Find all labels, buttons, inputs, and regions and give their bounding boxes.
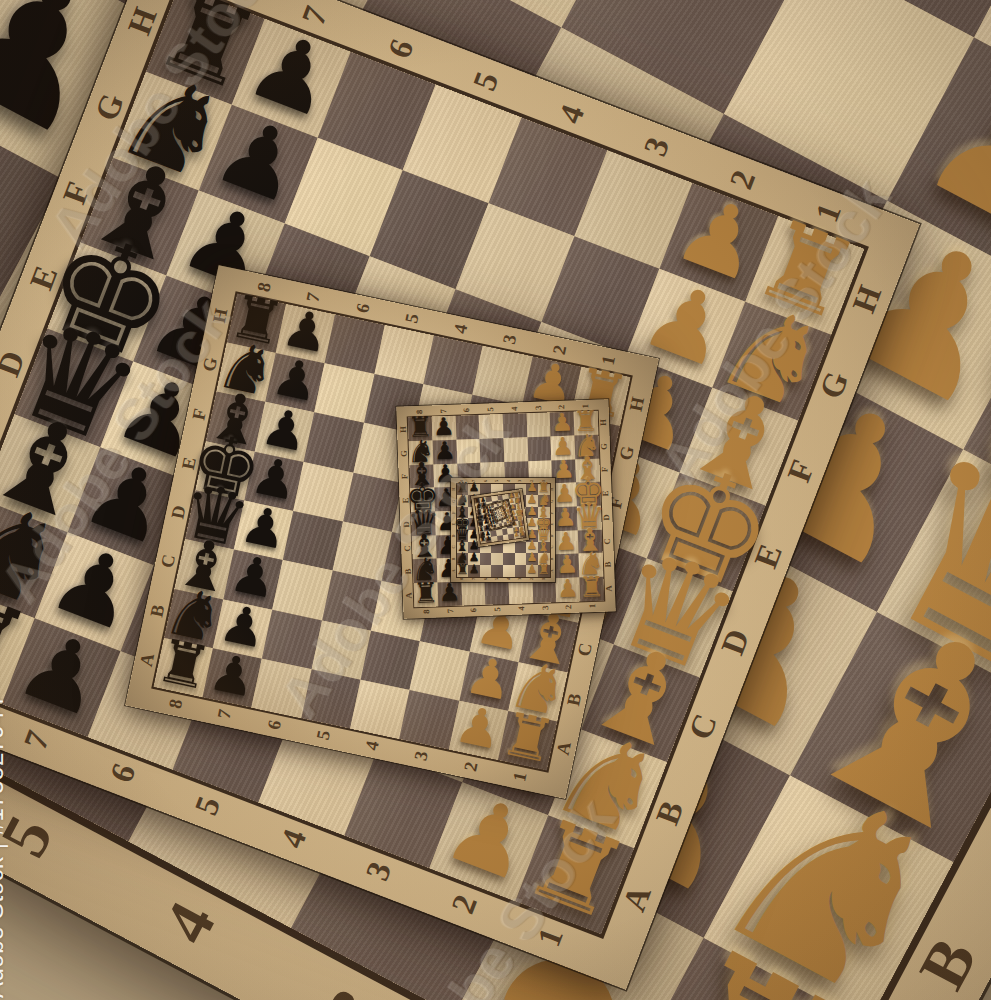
- rank-label-bottom: 6: [264, 718, 284, 731]
- rank-label-bottom: 5: [495, 578, 499, 580]
- rank-label-top: 6: [353, 302, 373, 315]
- rank-label-bottom: 5: [313, 729, 333, 742]
- rank-label-top: 5: [495, 480, 499, 482]
- file-label-right: G: [600, 443, 609, 450]
- black-pawn: ♟: [469, 564, 480, 576]
- rank-label-top: 4: [451, 322, 471, 335]
- rank-label-top: 4: [507, 480, 511, 482]
- dark-square: [532, 578, 557, 603]
- black-pawn: ♟: [493, 524, 496, 527]
- file-label-left: H: [398, 426, 407, 433]
- rank-label-top: 4: [554, 100, 591, 127]
- black-rook: ♜: [413, 579, 439, 608]
- rank-label-bottom: 1: [588, 604, 597, 609]
- dark-square: [485, 580, 510, 605]
- droste-chess-photo: 8877665544332211HHGGFFEEDDCCBBAA♜♞♝♚♛♝♞♜…: [0, 0, 991, 1000]
- light-square: [461, 581, 486, 606]
- rank-label-top: 4: [510, 406, 519, 411]
- rank-label-bottom: 4: [507, 578, 511, 580]
- rank-label-top: 6: [382, 35, 419, 62]
- dark-square: [515, 542, 527, 554]
- rank-label-bottom: 2: [564, 605, 573, 610]
- rank-label-bottom: 3: [518, 578, 522, 580]
- rank-label-bottom: 5: [493, 607, 502, 612]
- rank-label-bottom: 7: [472, 578, 476, 580]
- black-pawn: ♟: [486, 536, 492, 542]
- file-label-right: A: [550, 569, 554, 572]
- rank-label-bottom: 2: [461, 760, 481, 773]
- light-square: [503, 542, 515, 554]
- rank-label-top: 6: [463, 408, 472, 413]
- rank-label-bottom: 6: [104, 760, 141, 787]
- dark-square: [503, 553, 515, 565]
- rank-label-bottom: 6: [470, 608, 479, 613]
- rank-label-bottom: 7: [19, 727, 56, 754]
- file-label-left: A: [404, 592, 413, 598]
- light-square: [491, 553, 503, 565]
- file-label-right: A: [605, 585, 614, 591]
- rank-label-bottom: 4: [362, 739, 382, 752]
- black-rook: ♜: [456, 563, 468, 577]
- rank-label-bottom: 3: [361, 858, 398, 885]
- rank-label-bottom: 3: [412, 750, 432, 763]
- adobe-stock-watermark-bar: Adobe Stock | #175527944: [0, 697, 9, 998]
- rank-label-bottom: 7: [215, 708, 235, 721]
- file-label-right: B: [604, 562, 613, 568]
- white-pawn: ♟: [527, 564, 538, 576]
- rank-label-bottom: 4: [275, 825, 312, 852]
- rank-label-bottom: 4: [152, 893, 226, 954]
- file-label-right: H: [599, 419, 608, 426]
- file-label-left: A: [137, 652, 157, 669]
- rank-label-bottom: 3: [315, 979, 389, 1000]
- rank-label-bottom: 4: [517, 607, 526, 612]
- light-square: [504, 437, 528, 461]
- rank-label-bottom: 5: [0, 806, 64, 867]
- file-label-right: H: [847, 282, 887, 318]
- file-label-right: A: [554, 740, 574, 757]
- rank-label-bottom: 6: [483, 578, 487, 580]
- dark-square: [503, 413, 527, 437]
- dark-square: [480, 438, 505, 463]
- light-square: [456, 439, 480, 463]
- file-label-right: C: [603, 538, 612, 544]
- light-square: [503, 565, 515, 577]
- rank-label-bottom: 8: [422, 610, 431, 615]
- dark-square: [491, 565, 503, 577]
- dark-square: [455, 415, 479, 439]
- rank-label-bottom: 1: [542, 578, 546, 580]
- rank-label-bottom: 8: [460, 578, 464, 580]
- rank-label-top: 3: [500, 333, 520, 346]
- white-rook: ♜: [519, 531, 526, 538]
- rank-label-bottom: 3: [541, 606, 550, 611]
- rank-label-top: 5: [402, 312, 422, 325]
- dark-square: [515, 565, 527, 577]
- rank-label-top: 3: [639, 133, 676, 160]
- dark-square: [527, 436, 551, 460]
- light-square: [480, 565, 492, 577]
- white-rook: ♜: [504, 516, 506, 518]
- rank-label-top: 3: [534, 405, 543, 410]
- light-square: [479, 414, 504, 439]
- black-pawn: ♟: [497, 519, 499, 521]
- light-square: [526, 413, 550, 437]
- rank-label-top: 3: [518, 480, 522, 482]
- white-rook: ♜: [496, 703, 560, 772]
- black-pawn: ♟: [438, 580, 460, 605]
- light-square: [508, 579, 533, 604]
- light-square: [515, 553, 527, 565]
- rank-label-bottom: 2: [530, 578, 534, 580]
- rank-label-bottom: 2: [446, 891, 483, 918]
- rank-label-bottom: 5: [190, 792, 227, 819]
- rank-label-bottom: 7: [446, 609, 455, 614]
- white-pawn: ♟: [557, 576, 579, 601]
- file-label-right: A: [618, 882, 657, 916]
- dark-square: [480, 553, 492, 565]
- file-label-right: H: [627, 395, 648, 413]
- white-rook: ♜: [579, 573, 605, 602]
- file-label-left: H: [122, 4, 162, 40]
- rank-label-top: 5: [468, 67, 505, 94]
- white-rook: ♜: [538, 563, 550, 577]
- white-rook: ♜: [509, 520, 513, 524]
- rank-label-top: 6: [483, 480, 487, 482]
- rank-label-top: 5: [486, 407, 495, 412]
- file-label-left: H: [210, 307, 231, 325]
